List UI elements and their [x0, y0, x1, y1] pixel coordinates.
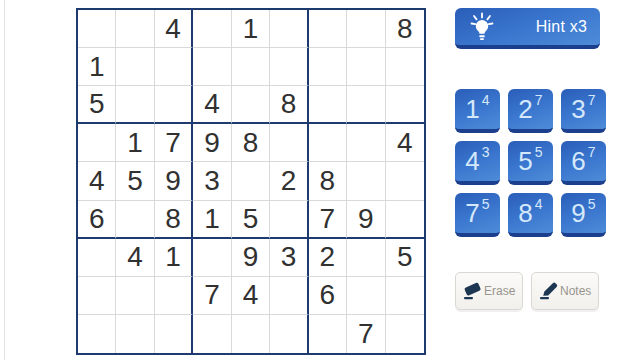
- cell-r7c9[interactable]: 5: [386, 239, 424, 277]
- cell-r4c8[interactable]: [347, 124, 385, 162]
- cell-r1c9[interactable]: 8: [386, 10, 424, 48]
- cell-r6c5[interactable]: 5: [232, 201, 270, 239]
- numpad-remaining-count: 4: [535, 197, 543, 211]
- cell-r1c2[interactable]: [116, 10, 154, 48]
- cell-r5c2[interactable]: 5: [116, 162, 154, 200]
- cell-r3c1[interactable]: 5: [78, 86, 116, 124]
- cell-r5c6[interactable]: 2: [270, 162, 308, 200]
- numpad-digit: 2: [518, 96, 532, 122]
- cell-r6c2[interactable]: [116, 201, 154, 239]
- numpad-digit: 7: [465, 200, 479, 226]
- cell-r5c3[interactable]: 9: [155, 162, 193, 200]
- cell-r3c5[interactable]: [232, 86, 270, 124]
- cell-r8c3[interactable]: [155, 277, 193, 315]
- cell-r8c4[interactable]: 7: [193, 277, 231, 315]
- cell-r8c8[interactable]: [347, 277, 385, 315]
- cell-r4c6[interactable]: [270, 124, 308, 162]
- numpad-digit: 1: [465, 96, 479, 122]
- cell-r2c6[interactable]: [270, 48, 308, 86]
- cell-r5c8[interactable]: [347, 162, 385, 200]
- cell-r2c4[interactable]: [193, 48, 231, 86]
- cell-r7c6[interactable]: 3: [270, 239, 308, 277]
- cell-r2c5[interactable]: [232, 48, 270, 86]
- numpad-digit: 4: [465, 148, 479, 174]
- cell-r6c8[interactable]: 9: [347, 201, 385, 239]
- cell-r6c1[interactable]: 6: [78, 201, 116, 239]
- cell-r9c9[interactable]: [386, 315, 424, 353]
- cell-r9c2[interactable]: [116, 315, 154, 353]
- cell-r8c9[interactable]: [386, 277, 424, 315]
- cell-r9c5[interactable]: [232, 315, 270, 353]
- cell-r6c4[interactable]: 1: [193, 201, 231, 239]
- numpad-digit: 5: [518, 148, 532, 174]
- cell-r3c3[interactable]: [155, 86, 193, 124]
- cell-r2c9[interactable]: [386, 48, 424, 86]
- cell-r4c3[interactable]: 7: [155, 124, 193, 162]
- numpad-remaining-count: 7: [588, 93, 596, 107]
- cell-r6c6[interactable]: [270, 201, 308, 239]
- cell-r8c7[interactable]: 6: [309, 277, 347, 315]
- numpad-button-3[interactable]: 37: [561, 89, 606, 133]
- cell-r5c1[interactable]: 4: [78, 162, 116, 200]
- cell-r3c2[interactable]: [116, 86, 154, 124]
- cell-r2c7[interactable]: [309, 48, 347, 86]
- eraser-icon: [462, 281, 484, 302]
- numpad-button-8[interactable]: 84: [508, 193, 553, 237]
- cell-r7c2[interactable]: 4: [116, 239, 154, 277]
- cell-r5c7[interactable]: 8: [309, 162, 347, 200]
- cell-r5c4[interactable]: 3: [193, 162, 231, 200]
- cell-r7c1[interactable]: [78, 239, 116, 277]
- cell-r4c1[interactable]: [78, 124, 116, 162]
- cell-r1c4[interactable]: [193, 10, 231, 48]
- cell-r6c9[interactable]: [386, 201, 424, 239]
- cell-r6c3[interactable]: 8: [155, 201, 193, 239]
- numpad-digit: 6: [571, 148, 585, 174]
- cell-r8c1[interactable]: [78, 277, 116, 315]
- numpad-button-1[interactable]: 14: [455, 89, 500, 133]
- cell-r7c5[interactable]: 9: [232, 239, 270, 277]
- numpad-remaining-count: 7: [588, 145, 596, 159]
- cell-r3c6[interactable]: 8: [270, 86, 308, 124]
- cell-r7c7[interactable]: 2: [309, 239, 347, 277]
- cell-r4c4[interactable]: 9: [193, 124, 231, 162]
- cell-r1c7[interactable]: [309, 10, 347, 48]
- cell-r7c8[interactable]: [347, 239, 385, 277]
- cell-r1c1[interactable]: [78, 10, 116, 48]
- cell-r9c1[interactable]: [78, 315, 116, 353]
- numpad-digit: 3: [571, 96, 585, 122]
- numpad: 142737435567758495: [455, 89, 606, 237]
- erase-label: Erase: [484, 284, 515, 298]
- cell-r7c4[interactable]: [193, 239, 231, 277]
- numpad-remaining-count: 7: [535, 93, 543, 107]
- cell-r2c2[interactable]: [116, 48, 154, 86]
- cell-r1c8[interactable]: [347, 10, 385, 48]
- cell-r5c9[interactable]: [386, 162, 424, 200]
- cell-r2c1[interactable]: 1: [78, 48, 116, 86]
- numpad-button-5[interactable]: 55: [508, 141, 553, 185]
- erase-button[interactable]: Erase: [455, 272, 523, 310]
- hint-label: Hint x3: [536, 18, 587, 36]
- cell-r2c8[interactable]: [347, 48, 385, 86]
- cell-r3c9[interactable]: [386, 86, 424, 124]
- numpad-digit: 9: [571, 200, 585, 226]
- cell-r1c6[interactable]: [270, 10, 308, 48]
- notes-label: Notes: [560, 284, 591, 298]
- cell-r4c2[interactable]: 1: [116, 124, 154, 162]
- cell-r1c5[interactable]: 1: [232, 10, 270, 48]
- cell-r4c9[interactable]: 4: [386, 124, 424, 162]
- numpad-button-9[interactable]: 95: [561, 193, 606, 237]
- cell-r9c3[interactable]: [155, 315, 193, 353]
- pencil-icon: [538, 281, 560, 302]
- cell-r9c6[interactable]: [270, 315, 308, 353]
- lightbulb-icon: [469, 12, 495, 42]
- cell-r9c8[interactable]: 7: [347, 315, 385, 353]
- cell-r4c5[interactable]: 8: [232, 124, 270, 162]
- numpad-remaining-count: 5: [535, 145, 543, 159]
- cell-r7c3[interactable]: 1: [155, 239, 193, 277]
- cell-r8c2[interactable]: [116, 277, 154, 315]
- numpad-button-2[interactable]: 27: [508, 89, 553, 133]
- cell-r1c3[interactable]: 4: [155, 10, 193, 48]
- numpad-remaining-count: 5: [588, 197, 596, 211]
- cell-r4c7[interactable]: [309, 124, 347, 162]
- numpad-digit: 8: [518, 200, 532, 226]
- numpad-button-4[interactable]: 43: [455, 141, 500, 185]
- cell-r3c8[interactable]: [347, 86, 385, 124]
- sudoku-app: 4181548179844593286815794193257467 Hint …: [0, 0, 640, 360]
- cell-r8c5[interactable]: 4: [232, 277, 270, 315]
- sudoku-board: 4181548179844593286815794193257467: [76, 8, 426, 355]
- cell-r8c6[interactable]: [270, 277, 308, 315]
- cell-r9c4[interactable]: [193, 315, 231, 353]
- numpad-button-7[interactable]: 75: [455, 193, 500, 237]
- window-edge-line: [4, 0, 5, 360]
- cell-r2c3[interactable]: [155, 48, 193, 86]
- numpad-remaining-count: 4: [482, 93, 490, 107]
- cell-r3c4[interactable]: 4: [193, 86, 231, 124]
- hint-button[interactable]: Hint x3: [455, 8, 600, 49]
- cell-r6c7[interactable]: 7: [309, 201, 347, 239]
- cell-r9c7[interactable]: [309, 315, 347, 353]
- numpad-button-6[interactable]: 67: [561, 141, 606, 185]
- numpad-remaining-count: 3: [482, 145, 490, 159]
- numpad-remaining-count: 5: [482, 197, 490, 211]
- notes-button[interactable]: Notes: [531, 272, 599, 310]
- cell-r5c5[interactable]: [232, 162, 270, 200]
- cell-r3c7[interactable]: [309, 86, 347, 124]
